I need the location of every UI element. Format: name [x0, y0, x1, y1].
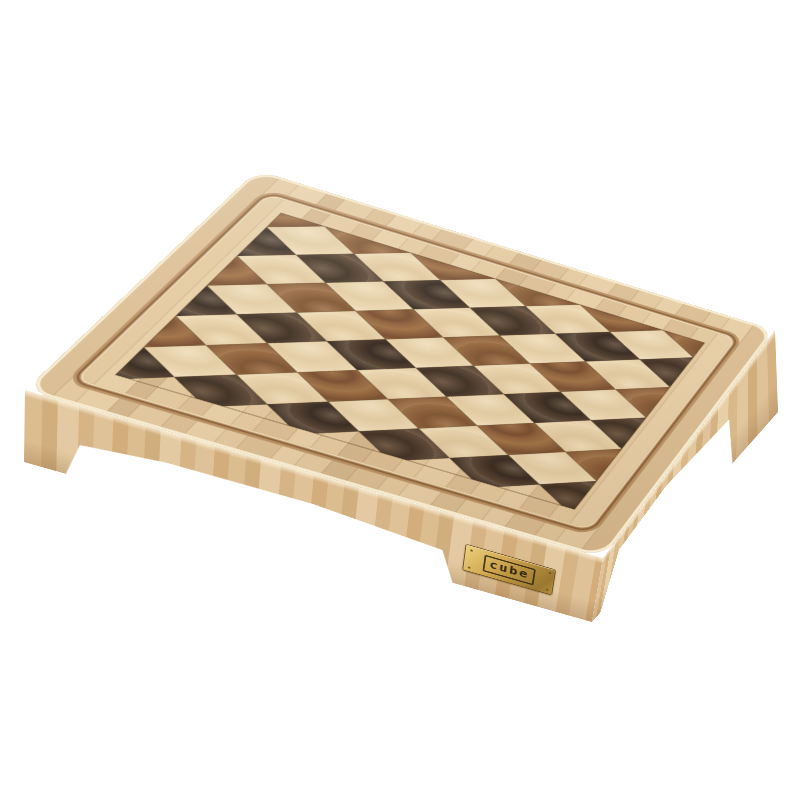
brand-logo-text: cube [482, 554, 536, 585]
brand-plate: cube [462, 544, 556, 596]
plate-screws [470, 549, 473, 552]
product-photo-scene: cube [0, 0, 790, 790]
